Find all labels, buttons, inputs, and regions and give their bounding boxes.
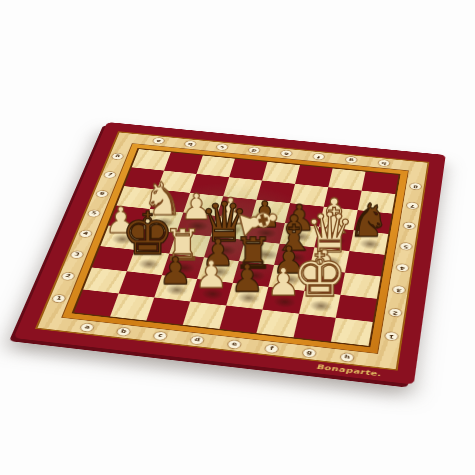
coord-label-c: c <box>216 144 228 151</box>
product-photo-scene: Bonaparte. abcdefgh abcdefgh 87654321 87… <box>0 0 475 475</box>
coord-label-g: g <box>346 156 357 163</box>
coord-label-e: e <box>281 150 293 157</box>
coord-label-d: d <box>248 147 260 154</box>
coord-label-3: 3 <box>393 286 406 294</box>
chess-board: Bonaparte. abcdefgh abcdefgh 87654321 87… <box>14 122 446 385</box>
coord-label-b: b <box>184 141 196 148</box>
coord-label-8: 8 <box>410 183 421 190</box>
coord-label-1: 1 <box>385 332 398 341</box>
coord-label-h: h <box>378 160 389 167</box>
coord-label-a: a <box>153 138 165 145</box>
white-king-g2[interactable]: ♚ <box>288 234 351 306</box>
king-glyph: ♚ <box>292 244 347 305</box>
coord-label-d: d <box>190 336 204 345</box>
coord-label-f: f <box>313 153 325 160</box>
pieces-layer: ♞♟♟♟♟♝♞♟♛♝♝♛♚♜♟♜♟♟♟♟♟♟♚ <box>74 149 398 346</box>
coord-label-1: 1 <box>52 294 66 302</box>
